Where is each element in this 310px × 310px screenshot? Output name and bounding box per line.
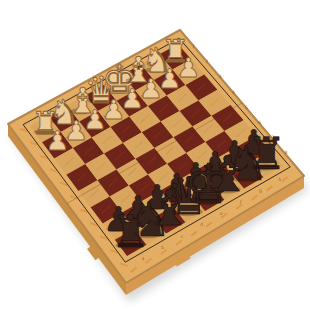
chess-board: a1b2c3d4e5f6g7h8♜♞♝♛♚♝♞♜♟♟♟♟♟♟♟♟♟♟♟♟♟♟♟♟… <box>0 0 310 310</box>
rank-label: 4 <box>232 90 235 95</box>
piece-black-rook-h8[interactable]: ♜ <box>247 128 287 179</box>
chess-set-photo: a1b2c3d4e5f6g7h8♜♞♝♛♚♝♞♜♟♟♟♟♟♟♟♟♟♟♟♟♟♟♟♟… <box>0 0 310 310</box>
piece-white-pawn-h2[interactable]: ♟ <box>176 52 200 83</box>
rank-label: 1 <box>192 44 195 49</box>
rank-label: 2 <box>206 59 209 64</box>
rank-label: 5 <box>245 105 248 110</box>
rank-label: 3 <box>219 74 222 79</box>
